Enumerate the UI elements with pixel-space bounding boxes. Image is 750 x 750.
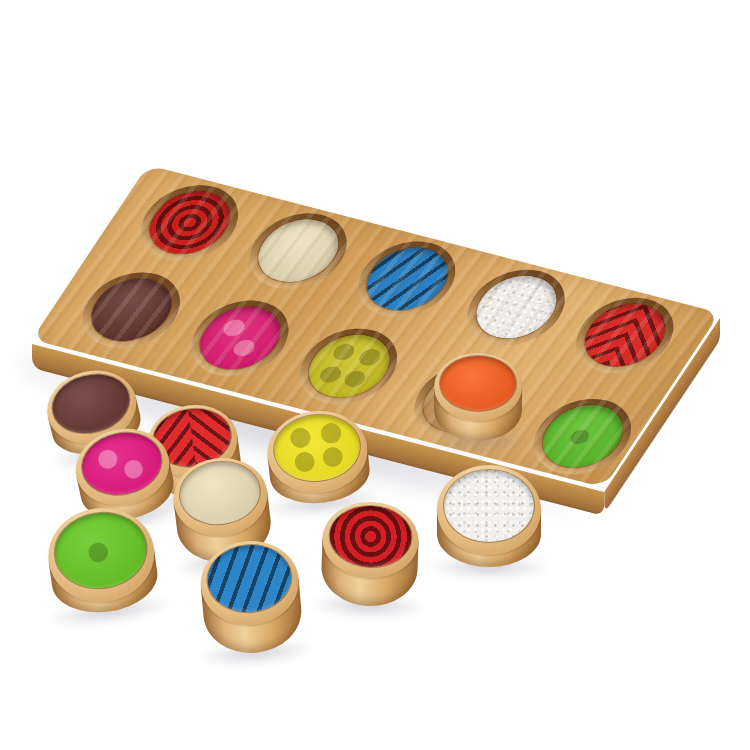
- recess-disc-concentric-circles-red: [135, 184, 244, 261]
- recess-disc-four-bumps-olive-yellow: [295, 328, 404, 405]
- texture-face-velcro-fuzz-white: [444, 470, 533, 542]
- recess-disc-two-bumps-magenta: [186, 299, 295, 376]
- texture-face-smooth-orange: [440, 356, 516, 410]
- recess-disc-diagonal-stripes-blue: [353, 240, 462, 317]
- texture-face-diagonal-stripes-blue: [205, 542, 295, 616]
- texture-face-smooth-plain-wood-cream: [176, 457, 264, 529]
- recess-disc-velcro-fuzz-white: [462, 268, 571, 345]
- texture-face-concentric-circles-red: [328, 504, 413, 568]
- cylinder-p-red-circles-concentric-circles[interactable]: [320, 500, 420, 607]
- cylinder-wood-rim: [437, 465, 541, 555]
- cylinder-p-yellow-four-bumps[interactable]: [263, 406, 372, 508]
- cylinder-p-white-velcro-fuzz[interactable]: [437, 465, 541, 567]
- scene: [0, 0, 750, 750]
- recess-disc-zigzag-chevron-red: [571, 297, 680, 374]
- texture-face-one-bump-green: [50, 507, 151, 594]
- cylinder-p-green-one-bump[interactable]: [42, 501, 161, 619]
- recess-disc-smooth-dark-brown: [77, 271, 186, 348]
- recess-disc-smooth-plain-wood-cream: [244, 212, 353, 289]
- cylinder-p-blue-diagonal-stripes[interactable]: [197, 537, 304, 657]
- texture-face-four-bumps-yellow: [271, 411, 363, 485]
- texture-face-two-bumps-magenta: [76, 425, 168, 501]
- cylinder-wood-rim: [434, 353, 522, 421]
- recess-disc-one-bump-green: [529, 398, 638, 475]
- cylinder-p-orange-smooth[interactable]: [434, 353, 522, 441]
